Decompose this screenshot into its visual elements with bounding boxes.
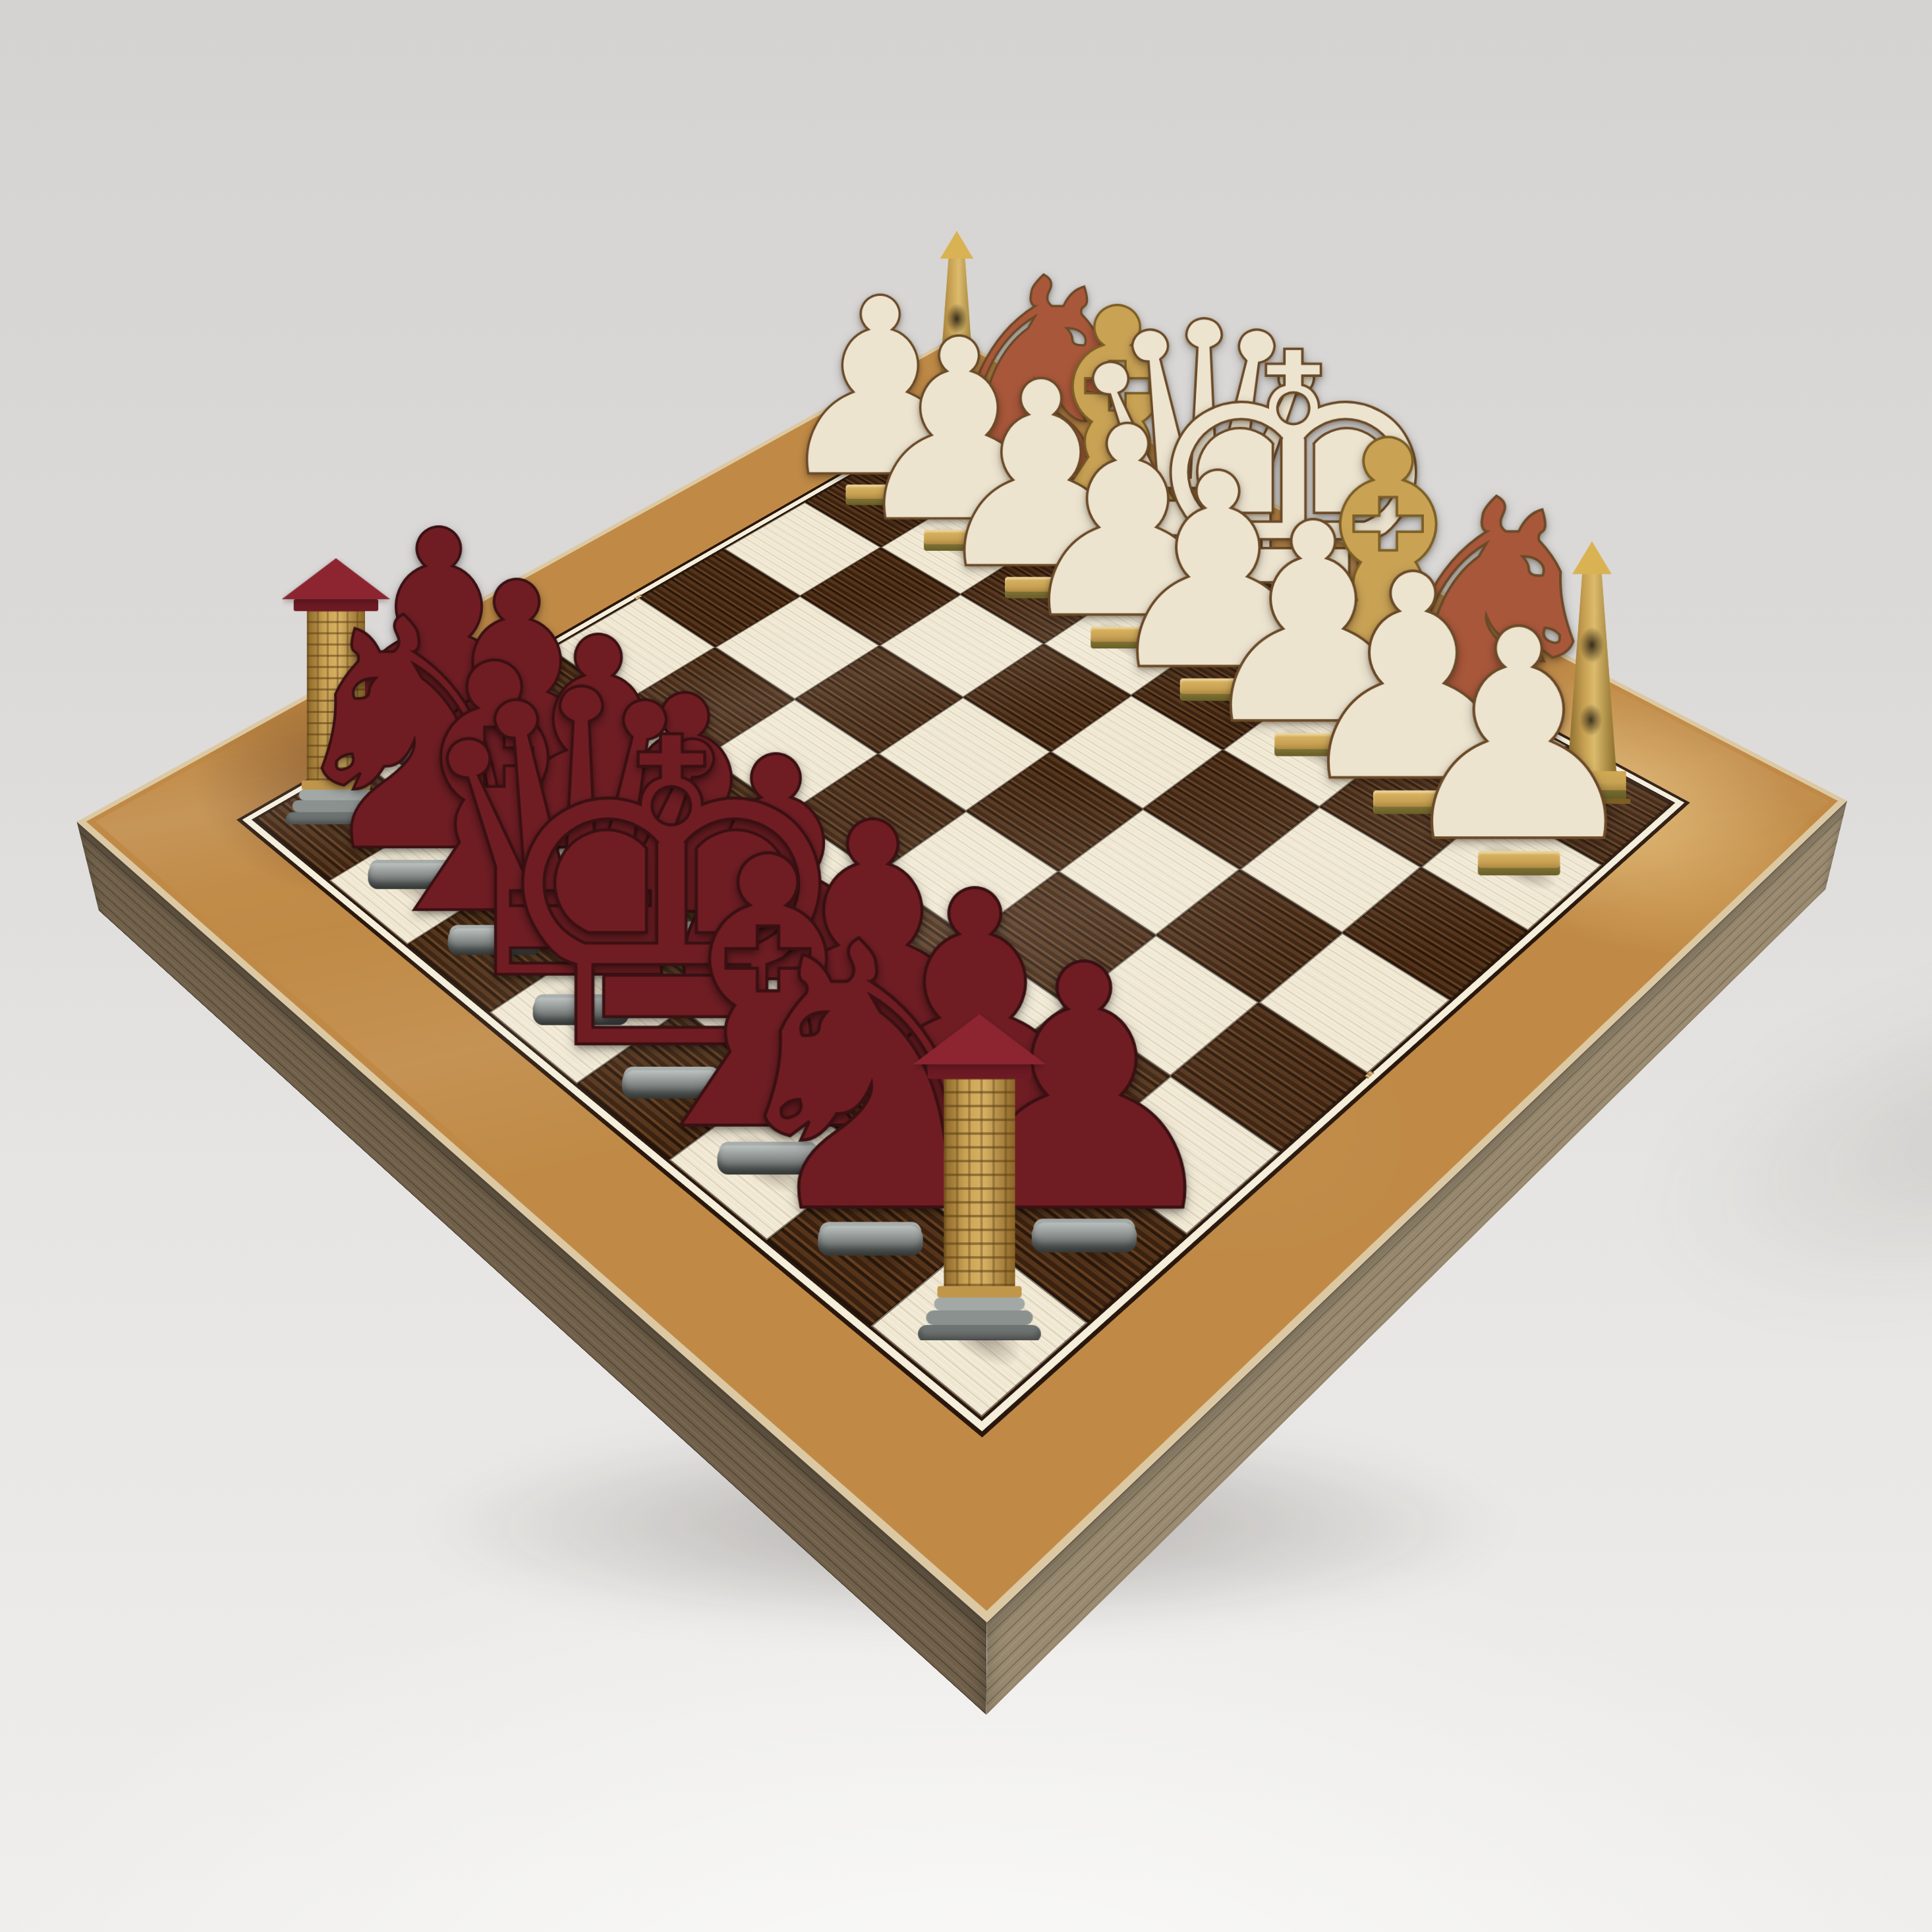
piece-egyptian-pawn-h7[interactable]: ♟ xyxy=(1388,604,1649,875)
tower-part-cornice xyxy=(928,1064,1031,1079)
tower-part-foot xyxy=(938,1286,1022,1297)
tower-part-shaft xyxy=(944,1079,1015,1286)
tower-part-cap xyxy=(913,1014,1046,1064)
photo-scene: ♞♝♛♚♝♞♟♟♟♟♟♟♟♟♟♟♟♟♟♟♟♟♞♝♛♚♝♞ xyxy=(0,0,1932,1932)
chess-board-box: ♞♝♛♚♝♞♟♟♟♟♟♟♟♟♟♟♟♟♟♟♟♟♞♝♛♚♝♞ xyxy=(77,337,1848,1622)
tower-part-s2 xyxy=(926,1311,1033,1325)
pawn-figure-glyph: ♟ xyxy=(1388,604,1649,871)
piece-roman-rook-h1[interactable] xyxy=(913,1014,1046,1343)
tower-part-s1 xyxy=(934,1297,1025,1311)
roman-tower-rook-figure xyxy=(913,1014,1046,1343)
